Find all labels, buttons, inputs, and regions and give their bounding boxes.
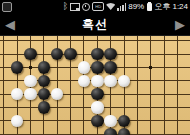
- black-stone: [38, 88, 51, 101]
- bluetooth-icon: ᛒ: [63, 0, 68, 13]
- grid-line-horizontal: [0, 134, 190, 135]
- black-stone: [91, 115, 104, 128]
- star-point: [29, 66, 32, 69]
- black-stone: [91, 61, 104, 74]
- black-stone: [104, 128, 117, 135]
- black-stone: [118, 128, 131, 135]
- black-stone: [24, 48, 37, 61]
- white-stone: [118, 75, 131, 88]
- black-stone: [104, 61, 117, 74]
- black-stone: [11, 61, 24, 74]
- status-bar: ᛒ HD 89% 오후 1:24: [0, 0, 190, 13]
- white-stone: [104, 115, 117, 128]
- battery-percent: 89%: [128, 0, 144, 13]
- battery-icon: [147, 3, 152, 11]
- black-stone: [38, 61, 51, 74]
- black-stone: [38, 101, 51, 114]
- go-board[interactable]: [0, 36, 190, 135]
- black-stone: [91, 48, 104, 61]
- grid-line-horizontal: [0, 40, 190, 41]
- wifi-icon: [106, 3, 115, 10]
- white-stone: [24, 75, 37, 88]
- black-stone: [64, 48, 77, 61]
- white-stone: [91, 75, 104, 88]
- white-stone: [11, 115, 24, 128]
- signal-icon: [117, 3, 126, 11]
- white-stone: [104, 75, 117, 88]
- next-problem-arrow-icon[interactable]: ▶: [170, 13, 190, 36]
- white-stone: [78, 75, 91, 88]
- app-icon: [2, 2, 12, 12]
- status-bar-right: ᛒ HD 89% 오후 1:24: [63, 0, 190, 13]
- black-stone: [91, 88, 104, 101]
- white-stone: [78, 61, 91, 74]
- star-point: [149, 66, 152, 69]
- white-stone: [24, 88, 37, 101]
- title-bar: ◀ 흑선 ▶: [0, 13, 190, 36]
- page-title: 흑선: [82, 16, 108, 33]
- screen-share-icon: [70, 3, 80, 11]
- black-stone: [104, 48, 117, 61]
- black-stone: [51, 48, 64, 61]
- white-stone: [51, 88, 64, 101]
- hd-voice-icon: HD: [92, 2, 104, 11]
- alarm-icon: [82, 3, 90, 11]
- clock-text: 오후 1:24: [154, 0, 188, 13]
- black-stone: [38, 75, 51, 88]
- white-stone: [91, 101, 104, 114]
- black-stone: [118, 115, 131, 128]
- prev-problem-arrow-icon[interactable]: ◀: [0, 13, 20, 36]
- white-stone: [11, 88, 24, 101]
